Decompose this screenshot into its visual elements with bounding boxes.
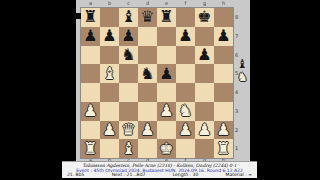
square-h2[interactable]: ♟ [214, 121, 233, 140]
piece-white-pawn[interactable]: ♟ [216, 122, 230, 138]
next-move: Next : 21...Bd7 [112, 172, 146, 177]
square-g6[interactable]: ♟ [195, 46, 214, 65]
square-c2[interactable]: ♛ [119, 121, 138, 140]
square-d6[interactable] [138, 46, 157, 65]
status-line: 21. Bb5 Next : 21...Bd7 Length : 30 Mate… [64, 172, 255, 178]
rank-label-8: 8 [234, 8, 242, 27]
game-length: Length : 30 [173, 172, 199, 177]
piece-black-bishop[interactable]: ♝ [121, 9, 135, 25]
square-f6[interactable] [176, 46, 195, 65]
square-c6[interactable]: ♞ [119, 46, 138, 65]
piece-black-knight[interactable]: ♞ [140, 66, 154, 82]
square-b6[interactable] [100, 46, 119, 65]
square-b7[interactable]: ♟ [100, 27, 119, 46]
square-g1[interactable] [195, 139, 214, 158]
piece-black-pawn[interactable]: ♟ [197, 47, 211, 63]
square-a4[interactable] [81, 83, 100, 102]
piece-black-pawn[interactable]: ♟ [102, 28, 116, 44]
square-h5[interactable] [214, 64, 233, 83]
file-label-f: f [176, 0, 195, 7]
square-h6[interactable] [214, 46, 233, 65]
square-c8[interactable]: ♝ [119, 8, 138, 27]
piece-black-pawn[interactable]: ♟ [83, 28, 97, 44]
rank-label-2: 2 [234, 121, 242, 140]
square-b8[interactable] [100, 8, 119, 27]
piece-white-king[interactable]: ♚ [159, 141, 173, 157]
square-c7[interactable]: ♟ [119, 27, 138, 46]
square-f7[interactable]: ♟ [176, 27, 195, 46]
piece-black-pawn[interactable]: ♟ [159, 66, 173, 82]
piece-white-pawn[interactable]: ♟ [140, 122, 154, 138]
square-d8[interactable]: ♛ [138, 8, 157, 27]
rank-label-7: 7 [234, 27, 242, 46]
file-label-d: d [138, 0, 157, 7]
square-e8[interactable]: ♜ [157, 8, 176, 27]
square-h3[interactable] [214, 102, 233, 121]
piece-white-pawn[interactable]: ♟ [102, 122, 116, 138]
square-d3[interactable] [138, 102, 157, 121]
square-g4[interactable] [195, 83, 214, 102]
piece-white-pawn[interactable]: ♟ [197, 122, 211, 138]
square-c4[interactable] [119, 83, 138, 102]
square-a5[interactable] [81, 64, 100, 83]
current-move: 21. Bb5 [67, 172, 84, 177]
file-label-b: b [100, 0, 119, 7]
piece-white-pawn[interactable]: ♟ [83, 103, 97, 119]
square-a8[interactable]: ♜ [81, 8, 100, 27]
black-to-move-indicator [76, 13, 81, 19]
square-e7[interactable] [157, 27, 176, 46]
square-e3[interactable]: ♟ [157, 102, 176, 121]
square-b2[interactable]: ♟ [100, 121, 119, 140]
file-label-g: g [195, 0, 214, 7]
square-e4[interactable] [157, 83, 176, 102]
square-b1[interactable] [100, 139, 119, 158]
square-f3[interactable]: ♞ [176, 102, 195, 121]
piece-black-pawn[interactable]: ♟ [178, 28, 192, 44]
rank-label-1: 1 [234, 139, 242, 158]
material-balance: Material : = [226, 172, 252, 177]
square-h4[interactable] [214, 83, 233, 102]
square-g8[interactable]: ♚ [195, 8, 214, 27]
square-g5[interactable] [195, 64, 214, 83]
square-e5[interactable]: ♟ [157, 64, 176, 83]
piece-white-pawn[interactable]: ♟ [159, 103, 173, 119]
piece-black-knight[interactable]: ♞ [121, 47, 135, 63]
square-a1[interactable]: ♜ [81, 139, 100, 158]
game-info-panel: Tobiassen Agdestein, Pelle Arne (2318) -… [62, 161, 257, 178]
piece-white-rook[interactable]: ♜ [83, 141, 97, 157]
piece-black-queen[interactable]: ♛ [140, 9, 154, 25]
file-label-e: e [157, 0, 176, 7]
square-b4[interactable] [100, 83, 119, 102]
square-g2[interactable]: ♟ [195, 121, 214, 140]
board-frame: abcdefgh ♜♝♛♜♚♟♟♟♟♟♞♟♝♞♟♟♟♞♟♛♟♟♟♟♜♝♚♜ 87… [76, 0, 250, 161]
piece-white-pawn[interactable]: ♟ [178, 122, 192, 138]
file-label-c: c [119, 0, 138, 7]
square-a3[interactable]: ♟ [81, 102, 100, 121]
square-a2[interactable] [81, 121, 100, 140]
square-d7[interactable] [138, 27, 157, 46]
piece-black-pawn[interactable]: ♟ [216, 28, 230, 44]
piece-black-rook[interactable]: ♜ [83, 9, 97, 25]
file-label-h: h [214, 0, 233, 7]
piece-white-knight[interactable]: ♞ [178, 103, 192, 119]
square-d2[interactable]: ♟ [138, 121, 157, 140]
square-h7[interactable]: ♟ [214, 27, 233, 46]
square-e1[interactable]: ♚ [157, 139, 176, 158]
square-e6[interactable] [157, 46, 176, 65]
square-e2[interactable] [157, 121, 176, 140]
rank-label-3: 3 [234, 102, 242, 121]
square-d4[interactable] [138, 83, 157, 102]
square-h1[interactable]: ♜ [214, 139, 233, 158]
captured-white-knight-icon: ♞ [237, 71, 248, 84]
square-f1[interactable] [176, 139, 195, 158]
square-g3[interactable] [195, 102, 214, 121]
file-label-a: a [81, 0, 100, 7]
square-b5[interactable]: ♝ [100, 64, 119, 83]
square-a7[interactable]: ♟ [81, 27, 100, 46]
piece-black-king[interactable]: ♚ [197, 9, 211, 25]
square-c1[interactable]: ♝ [119, 139, 138, 158]
square-f2[interactable]: ♟ [176, 121, 195, 140]
square-f5[interactable] [176, 64, 195, 83]
piece-white-bishop[interactable]: ♝ [121, 141, 135, 157]
piece-white-queen[interactable]: ♛ [121, 122, 135, 138]
square-h8[interactable] [214, 8, 233, 27]
square-d1[interactable] [138, 139, 157, 158]
piece-black-pawn[interactable]: ♟ [121, 28, 135, 44]
square-c3[interactable] [119, 102, 138, 121]
file-labels-top: abcdefgh [81, 0, 233, 7]
square-d5[interactable]: ♞ [138, 64, 157, 83]
square-g7[interactable] [195, 27, 214, 46]
piece-white-bishop[interactable]: ♝ [102, 66, 116, 82]
square-f4[interactable] [176, 83, 195, 102]
square-c5[interactable] [119, 64, 138, 83]
chess-board: ♜♝♛♜♚♟♟♟♟♟♞♟♝♞♟♟♟♞♟♛♟♟♟♟♜♝♚♜ [81, 8, 233, 158]
piece-black-rook[interactable]: ♜ [159, 9, 173, 25]
captured-pieces-tray: ♝ ♞ [235, 58, 250, 94]
video-frame: abcdefgh ♜♝♛♜♚♟♟♟♟♟♞♟♝♞♟♟♟♞♟♛♟♟♟♟♜♝♚♜ 87… [0, 0, 320, 180]
square-b3[interactable] [100, 102, 119, 121]
square-f8[interactable] [176, 8, 195, 27]
piece-white-rook[interactable]: ♜ [216, 141, 230, 157]
square-a6[interactable] [81, 46, 100, 65]
